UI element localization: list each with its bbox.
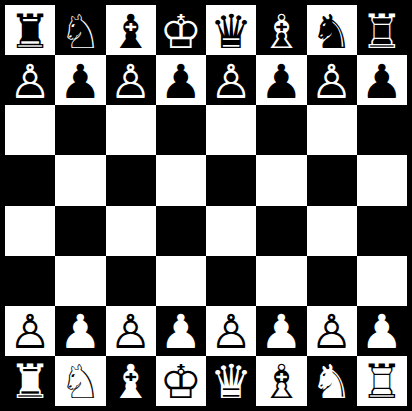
- piece-black-rook: ♜: [9, 8, 51, 55]
- piece-black-pawn: ♙: [311, 58, 353, 105]
- square-f2[interactable]: ♟: [256, 306, 306, 356]
- square-a1[interactable]: ♜: [5, 356, 55, 406]
- square-b6[interactable]: [55, 105, 105, 155]
- square-c6[interactable]: [106, 105, 156, 155]
- square-d5[interactable]: [156, 155, 206, 205]
- piece-white-pawn: ♙: [210, 308, 252, 355]
- piece-white-pawn: ♙: [110, 308, 152, 355]
- piece-white-pawn: ♟: [361, 308, 403, 355]
- square-h3[interactable]: [357, 256, 407, 306]
- piece-white-king: ♔: [160, 358, 202, 405]
- square-g7[interactable]: ♙: [307, 55, 357, 105]
- square-e4[interactable]: [206, 206, 256, 256]
- piece-black-bishop: ♗: [260, 8, 302, 55]
- square-d4[interactable]: [156, 206, 206, 256]
- piece-black-king: ♔: [160, 8, 202, 55]
- piece-black-bishop: ♝: [110, 8, 152, 55]
- square-h6[interactable]: [357, 105, 407, 155]
- piece-white-queen: ♛: [210, 358, 252, 405]
- square-b8[interactable]: ♘: [55, 5, 105, 55]
- square-g1[interactable]: ♞: [307, 356, 357, 406]
- square-d6[interactable]: [156, 105, 206, 155]
- square-e8[interactable]: ♛: [206, 5, 256, 55]
- square-c2[interactable]: ♙: [106, 306, 156, 356]
- piece-white-pawn: ♟: [260, 308, 302, 355]
- piece-white-pawn: ♟: [59, 308, 101, 355]
- piece-white-bishop: ♗: [260, 358, 302, 405]
- square-b7[interactable]: ♟: [55, 55, 105, 105]
- square-h8[interactable]: ♖: [357, 5, 407, 55]
- square-f4[interactable]: [256, 206, 306, 256]
- piece-black-queen: ♛: [210, 8, 252, 55]
- square-h1[interactable]: ♖: [357, 356, 407, 406]
- piece-white-rook: ♜: [9, 358, 51, 405]
- square-h7[interactable]: ♟: [357, 55, 407, 105]
- board-grid: ♜♘♝♔♛♗♞♖♙♟♙♟♙♟♙♟♙♟♙♟♙♟♙♟♜♘♝♔♛♗♞♖: [5, 5, 407, 406]
- piece-black-knight: ♞: [311, 8, 353, 55]
- square-d7[interactable]: ♟: [156, 55, 206, 105]
- square-c3[interactable]: [106, 256, 156, 306]
- square-e3[interactable]: [206, 256, 256, 306]
- square-b3[interactable]: [55, 256, 105, 306]
- chess-board: ♜♘♝♔♛♗♞♖♙♟♙♟♙♟♙♟♙♟♙♟♙♟♙♟♜♘♝♔♛♗♞♖: [0, 0, 412, 411]
- square-a4[interactable]: [5, 206, 55, 256]
- square-d1[interactable]: ♔: [156, 356, 206, 406]
- piece-black-pawn: ♟: [361, 58, 403, 105]
- square-a6[interactable]: [5, 105, 55, 155]
- square-g4[interactable]: [307, 206, 357, 256]
- piece-white-bishop: ♝: [110, 358, 152, 405]
- square-d2[interactable]: ♟: [156, 306, 206, 356]
- square-e5[interactable]: [206, 155, 256, 205]
- piece-white-pawn: ♟: [160, 308, 202, 355]
- square-e2[interactable]: ♙: [206, 306, 256, 356]
- square-f1[interactable]: ♗: [256, 356, 306, 406]
- piece-black-rook: ♖: [361, 8, 403, 55]
- piece-white-knight: ♞: [311, 358, 353, 405]
- piece-white-pawn: ♙: [311, 308, 353, 355]
- square-f7[interactable]: ♟: [256, 55, 306, 105]
- square-a7[interactable]: ♙: [5, 55, 55, 105]
- square-h5[interactable]: [357, 155, 407, 205]
- square-g6[interactable]: [307, 105, 357, 155]
- square-c5[interactable]: [106, 155, 156, 205]
- square-e6[interactable]: [206, 105, 256, 155]
- square-h2[interactable]: ♟: [357, 306, 407, 356]
- piece-white-rook: ♖: [361, 358, 403, 405]
- square-h4[interactable]: [357, 206, 407, 256]
- square-g8[interactable]: ♞: [307, 5, 357, 55]
- piece-black-pawn: ♟: [59, 58, 101, 105]
- square-f3[interactable]: [256, 256, 306, 306]
- square-e1[interactable]: ♛: [206, 356, 256, 406]
- square-g5[interactable]: [307, 155, 357, 205]
- square-a8[interactable]: ♜: [5, 5, 55, 55]
- square-g2[interactable]: ♙: [307, 306, 357, 356]
- piece-black-pawn: ♟: [160, 58, 202, 105]
- square-a3[interactable]: [5, 256, 55, 306]
- square-f8[interactable]: ♗: [256, 5, 306, 55]
- square-f6[interactable]: [256, 105, 306, 155]
- square-a5[interactable]: [5, 155, 55, 205]
- square-g3[interactable]: [307, 256, 357, 306]
- square-a2[interactable]: ♙: [5, 306, 55, 356]
- square-b2[interactable]: ♟: [55, 306, 105, 356]
- square-c8[interactable]: ♝: [106, 5, 156, 55]
- square-d3[interactable]: [156, 256, 206, 306]
- piece-black-pawn: ♟: [260, 58, 302, 105]
- square-d8[interactable]: ♔: [156, 5, 206, 55]
- piece-white-knight: ♘: [59, 358, 101, 405]
- square-c1[interactable]: ♝: [106, 356, 156, 406]
- square-b5[interactable]: [55, 155, 105, 205]
- square-c4[interactable]: [106, 206, 156, 256]
- square-c7[interactable]: ♙: [106, 55, 156, 105]
- piece-white-pawn: ♙: [9, 308, 51, 355]
- square-e7[interactable]: ♙: [206, 55, 256, 105]
- square-b1[interactable]: ♘: [55, 356, 105, 406]
- piece-black-pawn: ♙: [9, 58, 51, 105]
- piece-black-pawn: ♙: [110, 58, 152, 105]
- square-b4[interactable]: [55, 206, 105, 256]
- piece-black-pawn: ♙: [210, 58, 252, 105]
- piece-black-knight: ♘: [59, 8, 101, 55]
- square-f5[interactable]: [256, 155, 306, 205]
